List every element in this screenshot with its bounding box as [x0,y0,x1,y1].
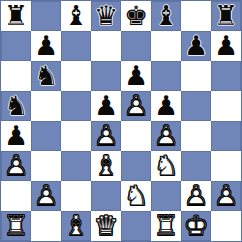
piece-white-bishop[interactable]: ♝♗ [91,151,121,181]
square-b8[interactable] [31,1,61,31]
square-g5[interactable] [181,91,211,121]
square-d5[interactable]: ♟ [91,91,121,121]
square-g6[interactable] [181,61,211,91]
square-g7[interactable]: ♟ [181,31,211,61]
square-b4[interactable] [31,121,61,151]
square-g3[interactable] [181,151,211,181]
white-rook-icon: ♖ [151,211,181,241]
square-h1[interactable] [211,211,241,241]
piece-white-bishop[interactable]: ♝♗ [61,211,91,241]
square-c7[interactable] [61,31,91,61]
piece-black-bishop[interactable]: ♝ [151,1,181,31]
square-b5[interactable] [31,91,61,121]
black-queen-icon: ♛ [91,1,121,31]
square-h6[interactable] [211,61,241,91]
black-pawn-icon: ♟ [121,61,151,91]
piece-black-pawn[interactable]: ♟ [151,91,181,121]
black-knight-icon: ♞ [1,91,31,121]
piece-white-pawn[interactable]: ♟♙ [211,181,241,211]
white-pawn-icon: ♙ [91,121,121,151]
square-h5[interactable] [211,91,241,121]
square-b3[interactable] [31,151,61,181]
square-d6[interactable] [91,61,121,91]
square-d4[interactable]: ♟♙ [91,121,121,151]
square-c3[interactable] [61,151,91,181]
square-f4[interactable]: ♟♙ [151,121,181,151]
square-e5[interactable]: ♟♙ [121,91,151,121]
square-d3[interactable]: ♝♗ [91,151,121,181]
square-f3[interactable]: ♞♘ [151,151,181,181]
square-d1[interactable]: ♛♕ [91,211,121,241]
piece-white-rook[interactable]: ♜♖ [151,211,181,241]
square-c8[interactable]: ♝ [61,1,91,31]
square-a1[interactable]: ♜♖ [1,211,31,241]
square-a8[interactable]: ♜ [1,1,31,31]
piece-black-queen[interactable]: ♛ [91,1,121,31]
white-pawn-icon: ♙ [181,181,211,211]
piece-white-knight[interactable]: ♞♘ [121,181,151,211]
square-d7[interactable] [91,31,121,61]
white-king-icon: ♔ [181,211,211,241]
square-h2[interactable]: ♟♙ [211,181,241,211]
piece-black-pawn[interactable]: ♟ [211,31,241,61]
square-c4[interactable] [61,121,91,151]
square-a5[interactable]: ♞ [1,91,31,121]
piece-black-king[interactable]: ♚ [121,1,151,31]
black-king-icon: ♚ [121,1,151,31]
square-f7[interactable] [151,31,181,61]
square-e4[interactable] [121,121,151,151]
square-e3[interactable] [121,151,151,181]
piece-white-rook[interactable]: ♜♖ [1,211,31,241]
square-g8[interactable] [181,1,211,31]
white-pawn-icon: ♙ [211,181,241,211]
piece-black-rook[interactable]: ♜ [211,1,241,31]
square-h3[interactable] [211,151,241,181]
white-pawn-icon: ♙ [1,151,31,181]
square-f5[interactable]: ♟ [151,91,181,121]
white-pawn-icon: ♙ [31,181,61,211]
black-bishop-icon: ♝ [61,1,91,31]
piece-white-pawn[interactable]: ♟♙ [31,181,61,211]
square-h8[interactable]: ♜ [211,1,241,31]
square-e2[interactable]: ♞♘ [121,181,151,211]
black-bishop-icon: ♝ [151,1,181,31]
piece-white-pawn[interactable]: ♟♙ [121,91,151,121]
black-pawn-icon: ♟ [151,91,181,121]
black-pawn-icon: ♟ [31,31,61,61]
square-e8[interactable]: ♚ [121,1,151,31]
square-d2[interactable] [91,181,121,211]
square-a3[interactable]: ♟♙ [1,151,31,181]
piece-white-knight[interactable]: ♞♘ [151,151,181,181]
piece-white-pawn[interactable]: ♟♙ [181,181,211,211]
square-e1[interactable] [121,211,151,241]
white-bishop-icon: ♗ [91,151,121,181]
square-f8[interactable]: ♝ [151,1,181,31]
square-a2[interactable] [1,181,31,211]
piece-black-pawn[interactable]: ♟ [181,31,211,61]
square-e7[interactable] [121,31,151,61]
white-pawn-icon: ♙ [151,121,181,151]
chess-board: ♜♝♛♚♝♜♟♟♟♞♟♞♟♟♙♟♟♟♙♟♙♟♙♝♗♞♘♟♙♞♘♟♙♟♙♜♖♝♗♛… [0,0,242,242]
white-knight-icon: ♘ [121,181,151,211]
square-h7[interactable]: ♟ [211,31,241,61]
piece-white-queen[interactable]: ♛♕ [91,211,121,241]
square-c5[interactable] [61,91,91,121]
square-f1[interactable]: ♜♖ [151,211,181,241]
square-e6[interactable]: ♟ [121,61,151,91]
white-queen-icon: ♕ [91,211,121,241]
black-pawn-icon: ♟ [1,121,31,151]
black-rook-icon: ♜ [1,1,31,31]
black-rook-icon: ♜ [211,1,241,31]
piece-black-pawn[interactable]: ♟ [1,121,31,151]
piece-black-pawn[interactable]: ♟ [31,31,61,61]
square-a4[interactable]: ♟ [1,121,31,151]
square-b2[interactable]: ♟♙ [31,181,61,211]
piece-white-pawn[interactable]: ♟♙ [151,121,181,151]
square-a6[interactable] [1,61,31,91]
square-b1[interactable] [31,211,61,241]
white-rook-icon: ♖ [1,211,31,241]
black-pawn-icon: ♟ [181,31,211,61]
square-g4[interactable] [181,121,211,151]
square-g2[interactable]: ♟♙ [181,181,211,211]
piece-white-pawn[interactable]: ♟♙ [91,121,121,151]
square-b6[interactable]: ♞ [31,61,61,91]
piece-black-rook[interactable]: ♜ [1,1,31,31]
square-c6[interactable] [61,61,91,91]
piece-black-knight[interactable]: ♞ [31,61,61,91]
piece-white-king[interactable]: ♚♔ [181,211,211,241]
piece-black-bishop[interactable]: ♝ [61,1,91,31]
square-h4[interactable] [211,121,241,151]
square-g1[interactable]: ♚♔ [181,211,211,241]
piece-white-pawn[interactable]: ♟♙ [1,151,31,181]
square-c1[interactable]: ♝♗ [61,211,91,241]
piece-black-pawn[interactable]: ♟ [91,91,121,121]
black-knight-icon: ♞ [31,61,61,91]
piece-black-pawn[interactable]: ♟ [121,61,151,91]
square-b7[interactable]: ♟ [31,31,61,61]
white-knight-icon: ♘ [151,151,181,181]
square-f2[interactable] [151,181,181,211]
white-pawn-icon: ♙ [121,91,151,121]
black-pawn-icon: ♟ [211,31,241,61]
white-bishop-icon: ♗ [61,211,91,241]
square-c2[interactable] [61,181,91,211]
square-d8[interactable]: ♛ [91,1,121,31]
square-f6[interactable] [151,61,181,91]
black-pawn-icon: ♟ [91,91,121,121]
square-a7[interactable] [1,31,31,61]
piece-black-knight[interactable]: ♞ [1,91,31,121]
